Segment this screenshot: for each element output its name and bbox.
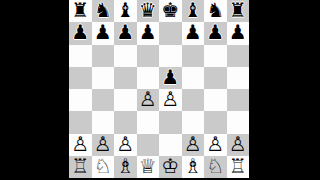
white-rook-icon[interactable]: ♖ <box>229 156 247 176</box>
square-f3[interactable] <box>182 111 205 133</box>
square-e8[interactable]: ♚ <box>159 0 182 22</box>
square-f7[interactable]: ♟ <box>182 22 205 44</box>
square-f2[interactable]: ♙ <box>182 134 205 156</box>
square-d7[interactable]: ♟ <box>137 22 160 44</box>
square-h6[interactable] <box>227 45 250 67</box>
square-d1[interactable]: ♕ <box>137 156 160 178</box>
square-d3[interactable] <box>137 111 160 133</box>
black-knight-icon[interactable]: ♞ <box>94 0 112 20</box>
white-pawn-icon[interactable]: ♙ <box>161 89 179 109</box>
black-pawn-icon[interactable]: ♟ <box>161 67 179 87</box>
black-bishop-icon[interactable]: ♝ <box>184 0 202 20</box>
square-b3[interactable] <box>92 111 115 133</box>
square-d8[interactable]: ♛ <box>137 0 160 22</box>
square-g1[interactable]: ♘ <box>204 156 227 178</box>
square-c4[interactable] <box>114 89 137 111</box>
black-queen-icon[interactable]: ♛ <box>139 0 157 20</box>
square-b4[interactable] <box>92 89 115 111</box>
square-c3[interactable] <box>114 111 137 133</box>
square-a7[interactable]: ♟ <box>69 22 92 44</box>
square-h7[interactable]: ♟ <box>227 22 250 44</box>
white-knight-icon[interactable]: ♘ <box>206 156 224 176</box>
square-d4[interactable]: ♙ <box>137 89 160 111</box>
square-g5[interactable] <box>204 67 227 89</box>
black-king-icon[interactable]: ♚ <box>161 0 179 20</box>
square-d2[interactable] <box>137 134 160 156</box>
square-c8[interactable]: ♝ <box>114 0 137 22</box>
square-a3[interactable] <box>69 111 92 133</box>
black-pawn-icon[interactable]: ♟ <box>116 22 134 42</box>
square-e7[interactable] <box>159 22 182 44</box>
square-h2[interactable]: ♙ <box>227 134 250 156</box>
square-b7[interactable]: ♟ <box>92 22 115 44</box>
square-c1[interactable]: ♗ <box>114 156 137 178</box>
square-g3[interactable] <box>204 111 227 133</box>
square-c5[interactable] <box>114 67 137 89</box>
square-b1[interactable]: ♘ <box>92 156 115 178</box>
white-bishop-icon[interactable]: ♗ <box>116 156 134 176</box>
square-g6[interactable] <box>204 45 227 67</box>
black-pawn-icon[interactable]: ♟ <box>206 22 224 42</box>
square-e5[interactable]: ♟ <box>159 67 182 89</box>
black-pawn-icon[interactable]: ♟ <box>229 22 247 42</box>
square-e6[interactable] <box>159 45 182 67</box>
square-c7[interactable]: ♟ <box>114 22 137 44</box>
black-pawn-icon[interactable]: ♟ <box>184 22 202 42</box>
square-a5[interactable] <box>69 67 92 89</box>
chess-board[interactable]: ♜♞♝♛♚♝♞♜♟♟♟♟♟♟♟♟♙♙♙♙♙♙♙♙♖♘♗♕♔♗♘♖ <box>69 0 249 178</box>
black-rook-icon[interactable]: ♜ <box>229 0 247 20</box>
square-g4[interactable] <box>204 89 227 111</box>
black-bishop-icon[interactable]: ♝ <box>116 0 134 20</box>
square-e1[interactable]: ♔ <box>159 156 182 178</box>
square-g2[interactable]: ♙ <box>204 134 227 156</box>
white-knight-icon[interactable]: ♘ <box>94 156 112 176</box>
square-b6[interactable] <box>92 45 115 67</box>
square-a6[interactable] <box>69 45 92 67</box>
square-e2[interactable] <box>159 134 182 156</box>
pillarbox-right <box>249 0 320 180</box>
square-a1[interactable]: ♖ <box>69 156 92 178</box>
square-f5[interactable] <box>182 67 205 89</box>
white-pawn-icon[interactable]: ♙ <box>184 134 202 154</box>
square-h5[interactable] <box>227 67 250 89</box>
white-bishop-icon[interactable]: ♗ <box>184 156 202 176</box>
square-g8[interactable]: ♞ <box>204 0 227 22</box>
square-f1[interactable]: ♗ <box>182 156 205 178</box>
square-f6[interactable] <box>182 45 205 67</box>
white-pawn-icon[interactable]: ♙ <box>139 89 157 109</box>
square-a4[interactable] <box>69 89 92 111</box>
square-f8[interactable]: ♝ <box>182 0 205 22</box>
pillarbox-left <box>0 0 69 180</box>
square-h4[interactable] <box>227 89 250 111</box>
black-knight-icon[interactable]: ♞ <box>206 0 224 20</box>
white-pawn-icon[interactable]: ♙ <box>94 134 112 154</box>
white-pawn-icon[interactable]: ♙ <box>116 134 134 154</box>
square-a8[interactable]: ♜ <box>69 0 92 22</box>
black-pawn-icon[interactable]: ♟ <box>139 22 157 42</box>
square-d6[interactable] <box>137 45 160 67</box>
square-d5[interactable] <box>137 67 160 89</box>
black-pawn-icon[interactable]: ♟ <box>71 22 89 42</box>
square-g7[interactable]: ♟ <box>204 22 227 44</box>
square-e3[interactable] <box>159 111 182 133</box>
square-c2[interactable]: ♙ <box>114 134 137 156</box>
square-h3[interactable] <box>227 111 250 133</box>
black-pawn-icon[interactable]: ♟ <box>94 22 112 42</box>
square-b5[interactable] <box>92 67 115 89</box>
square-b2[interactable]: ♙ <box>92 134 115 156</box>
black-rook-icon[interactable]: ♜ <box>71 0 89 20</box>
square-c6[interactable] <box>114 45 137 67</box>
square-h1[interactable]: ♖ <box>227 156 250 178</box>
white-pawn-icon[interactable]: ♙ <box>229 134 247 154</box>
square-e4[interactable]: ♙ <box>159 89 182 111</box>
white-pawn-icon[interactable]: ♙ <box>206 134 224 154</box>
white-pawn-icon[interactable]: ♙ <box>71 134 89 154</box>
square-b8[interactable]: ♞ <box>92 0 115 22</box>
video-frame: ♜♞♝♛♚♝♞♜♟♟♟♟♟♟♟♟♙♙♙♙♙♙♙♙♖♘♗♕♔♗♘♖ <box>0 0 320 180</box>
white-rook-icon[interactable]: ♖ <box>71 156 89 176</box>
square-h8[interactable]: ♜ <box>227 0 250 22</box>
square-a2[interactable]: ♙ <box>69 134 92 156</box>
white-king-icon[interactable]: ♔ <box>161 156 179 176</box>
white-queen-icon[interactable]: ♕ <box>139 156 157 176</box>
square-f4[interactable] <box>182 89 205 111</box>
